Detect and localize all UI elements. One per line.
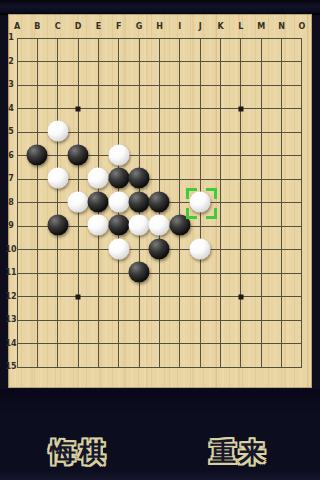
last-move-marker-corner [206, 188, 217, 199]
row-label-1: 1 [8, 34, 14, 42]
star-point-D4 [76, 106, 81, 111]
white-stone-C5[interactable] [47, 121, 68, 142]
black-stone-G8[interactable] [129, 191, 150, 212]
col-label-D: D [75, 23, 82, 31]
white-stone-F6[interactable] [108, 144, 129, 165]
white-stone-F10[interactable] [108, 238, 129, 259]
white-stone-H9[interactable] [149, 215, 170, 236]
black-stone-H8[interactable] [149, 191, 170, 212]
col-label-L: L [238, 23, 243, 31]
status-bar [0, 0, 320, 15]
black-stone-F7[interactable] [108, 168, 129, 189]
black-stone-H10[interactable] [149, 238, 170, 259]
star-point-L12 [238, 294, 243, 299]
col-label-O: O [299, 23, 306, 31]
white-stone-E7[interactable] [88, 168, 109, 189]
control-bar: 悔棋 重来 [0, 389, 320, 480]
col-label-B: B [34, 23, 40, 31]
row-label-11: 11 [5, 269, 16, 277]
row-label-2: 2 [8, 58, 14, 66]
white-stone-C7[interactable] [47, 168, 68, 189]
col-label-M: M [257, 23, 265, 31]
row-label-15: 15 [5, 363, 16, 371]
row-label-5: 5 [8, 128, 14, 136]
row-label-4: 4 [8, 105, 14, 113]
star-point-L4 [238, 106, 243, 111]
col-label-G: G [136, 23, 143, 31]
black-stone-D6[interactable] [68, 144, 89, 165]
last-move-marker-corner [186, 188, 197, 199]
col-label-I: I [178, 23, 181, 31]
col-label-E: E [96, 23, 101, 31]
last-move-marker-corner [186, 208, 197, 219]
last-move-marker-corner [206, 208, 217, 219]
star-point-D12 [76, 294, 81, 299]
row-label-7: 7 [8, 175, 14, 183]
white-stone-D8[interactable] [68, 191, 89, 212]
col-label-A: A [14, 23, 20, 31]
row-label-8: 8 [8, 199, 14, 207]
black-stone-G11[interactable] [129, 262, 150, 283]
restart-button[interactable]: 重来 [210, 437, 268, 467]
white-stone-E9[interactable] [88, 215, 109, 236]
row-label-6: 6 [8, 152, 14, 160]
row-label-12: 12 [5, 293, 16, 301]
col-label-J: J [199, 23, 202, 31]
black-stone-F9[interactable] [108, 215, 129, 236]
row-label-13: 13 [5, 316, 16, 324]
undo-button[interactable]: 悔棋 [50, 437, 108, 467]
col-label-N: N [278, 23, 285, 31]
white-stone-J10[interactable] [190, 238, 211, 259]
row-label-14: 14 [5, 340, 16, 348]
col-label-C: C [55, 23, 61, 31]
board-area: ABCDEFGHIJKLMNO 123456789101112131415 [0, 14, 320, 389]
col-label-F: F [116, 23, 121, 31]
col-label-K: K [217, 23, 223, 31]
app-screen: ABCDEFGHIJKLMNO 123456789101112131415 悔棋… [0, 0, 320, 480]
white-stone-F8[interactable] [108, 191, 129, 212]
black-stone-B6[interactable] [27, 144, 48, 165]
white-stone-G9[interactable] [129, 215, 150, 236]
black-stone-E8[interactable] [88, 191, 109, 212]
row-label-3: 3 [8, 81, 14, 89]
row-label-10: 10 [5, 246, 16, 254]
col-label-H: H [156, 23, 163, 31]
row-label-9: 9 [8, 222, 14, 230]
black-stone-G7[interactable] [129, 168, 150, 189]
black-stone-C9[interactable] [47, 215, 68, 236]
